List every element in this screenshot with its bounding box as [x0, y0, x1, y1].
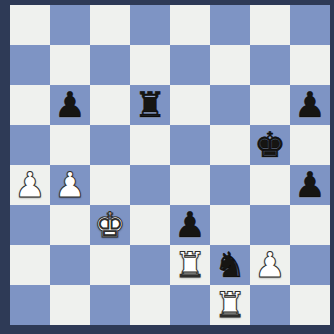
square-e2[interactable]: ♜ — [170, 245, 210, 285]
square-f2[interactable]: ♞ — [210, 245, 250, 285]
square-f5[interactable] — [210, 125, 250, 165]
square-b6[interactable]: ♟ — [50, 85, 90, 125]
square-c1[interactable] — [90, 285, 130, 325]
white-rook[interactable]: ♜ — [210, 285, 250, 325]
square-d7[interactable] — [130, 45, 170, 85]
square-d8[interactable] — [130, 5, 170, 45]
square-d5[interactable] — [130, 125, 170, 165]
black-pawn[interactable]: ♟ — [170, 205, 210, 245]
square-g3[interactable] — [250, 205, 290, 245]
board-frame: ♟♜♟♚♟♟♟♚♟♜♞♟♜ — [0, 0, 334, 334]
black-pawn[interactable]: ♟ — [290, 85, 330, 125]
square-a1[interactable] — [10, 285, 50, 325]
square-b1[interactable] — [50, 285, 90, 325]
black-king[interactable]: ♚ — [250, 125, 290, 165]
square-c7[interactable] — [90, 45, 130, 85]
black-rook[interactable]: ♜ — [130, 85, 170, 125]
square-g1[interactable] — [250, 285, 290, 325]
square-g2[interactable]: ♟ — [250, 245, 290, 285]
square-h2[interactable] — [290, 245, 330, 285]
square-g8[interactable] — [250, 5, 290, 45]
square-e3[interactable]: ♟ — [170, 205, 210, 245]
square-h8[interactable] — [290, 5, 330, 45]
chess-board: ♟♜♟♚♟♟♟♚♟♜♞♟♜ — [10, 5, 330, 325]
square-g4[interactable] — [250, 165, 290, 205]
square-b8[interactable] — [50, 5, 90, 45]
square-b3[interactable] — [50, 205, 90, 245]
square-f3[interactable] — [210, 205, 250, 245]
white-pawn[interactable]: ♟ — [10, 165, 50, 205]
square-e6[interactable] — [170, 85, 210, 125]
square-h4[interactable]: ♟ — [290, 165, 330, 205]
square-e5[interactable] — [170, 125, 210, 165]
black-knight[interactable]: ♞ — [210, 245, 250, 285]
square-g6[interactable] — [250, 85, 290, 125]
square-b7[interactable] — [50, 45, 90, 85]
square-d4[interactable] — [130, 165, 170, 205]
white-rook[interactable]: ♜ — [170, 245, 210, 285]
square-e8[interactable] — [170, 5, 210, 45]
square-h1[interactable] — [290, 285, 330, 325]
square-a8[interactable] — [10, 5, 50, 45]
square-h6[interactable]: ♟ — [290, 85, 330, 125]
square-c4[interactable] — [90, 165, 130, 205]
black-pawn[interactable]: ♟ — [290, 165, 330, 205]
square-g5[interactable]: ♚ — [250, 125, 290, 165]
square-g7[interactable] — [250, 45, 290, 85]
square-a5[interactable] — [10, 125, 50, 165]
white-king[interactable]: ♚ — [90, 205, 130, 245]
square-d6[interactable]: ♜ — [130, 85, 170, 125]
square-f7[interactable] — [210, 45, 250, 85]
square-f1[interactable]: ♜ — [210, 285, 250, 325]
square-c6[interactable] — [90, 85, 130, 125]
square-f8[interactable] — [210, 5, 250, 45]
square-c2[interactable] — [90, 245, 130, 285]
square-a6[interactable] — [10, 85, 50, 125]
square-a3[interactable] — [10, 205, 50, 245]
square-h7[interactable] — [290, 45, 330, 85]
black-pawn[interactable]: ♟ — [50, 85, 90, 125]
square-h3[interactable] — [290, 205, 330, 245]
square-c8[interactable] — [90, 5, 130, 45]
square-e1[interactable] — [170, 285, 210, 325]
square-b4[interactable]: ♟ — [50, 165, 90, 205]
white-pawn[interactable]: ♟ — [250, 245, 290, 285]
square-f6[interactable] — [210, 85, 250, 125]
square-b2[interactable] — [50, 245, 90, 285]
square-c5[interactable] — [90, 125, 130, 165]
square-d1[interactable] — [130, 285, 170, 325]
white-pawn[interactable]: ♟ — [50, 165, 90, 205]
square-e7[interactable] — [170, 45, 210, 85]
square-d2[interactable] — [130, 245, 170, 285]
square-f4[interactable] — [210, 165, 250, 205]
square-a2[interactable] — [10, 245, 50, 285]
square-a7[interactable] — [10, 45, 50, 85]
square-a4[interactable]: ♟ — [10, 165, 50, 205]
square-e4[interactable] — [170, 165, 210, 205]
square-d3[interactable] — [130, 205, 170, 245]
square-b5[interactable] — [50, 125, 90, 165]
square-h5[interactable] — [290, 125, 330, 165]
square-c3[interactable]: ♚ — [90, 205, 130, 245]
